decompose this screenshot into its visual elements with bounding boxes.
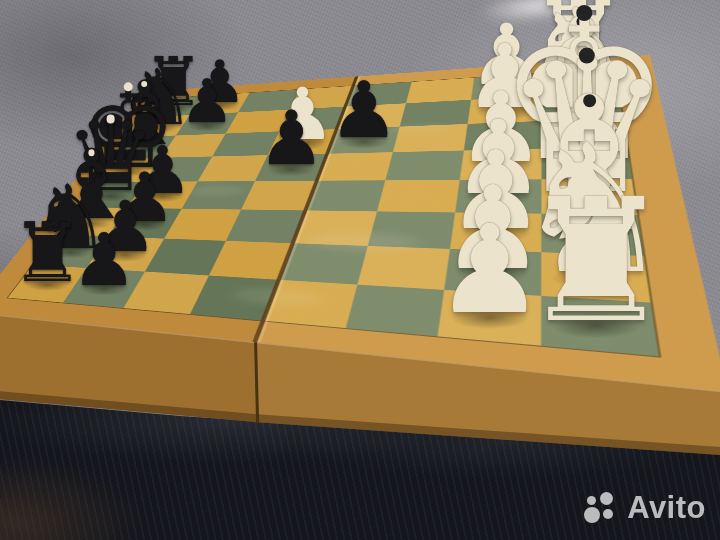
avito-watermark: Avito (584, 490, 706, 526)
avito-brand-text: Avito (627, 490, 706, 526)
board-square (400, 100, 471, 127)
board-square (293, 210, 377, 246)
avito-logo-icon (584, 492, 618, 524)
board-square (444, 249, 541, 296)
board-square (541, 214, 643, 256)
board-square (346, 285, 444, 337)
board-square (357, 246, 450, 290)
board-square (460, 149, 542, 180)
board-square (542, 92, 623, 121)
board-square (464, 121, 542, 151)
board-square (541, 252, 650, 302)
board-square (377, 180, 460, 213)
board-square (541, 147, 631, 180)
board-square (393, 124, 468, 152)
board-square (385, 150, 464, 180)
photo-scene: ♜♟♟♞♜♟♟♞♝♟♟♝♚♟♟♚♛♟♟♛♝♟♟♝♞♟♟♞♜♟♟♜ Avito (0, 0, 720, 540)
board-square (279, 243, 367, 284)
board-square (450, 212, 541, 252)
board-square (455, 179, 541, 213)
board-square (328, 127, 400, 154)
board-square (317, 152, 392, 181)
board-square (541, 296, 659, 356)
board-square (542, 118, 627, 149)
board-square (438, 290, 542, 346)
board-square (337, 103, 406, 129)
board-square (468, 96, 542, 124)
board-square (368, 211, 455, 249)
board-fold-seam-front (256, 342, 258, 422)
board-square (306, 180, 385, 211)
board-square (541, 179, 637, 215)
